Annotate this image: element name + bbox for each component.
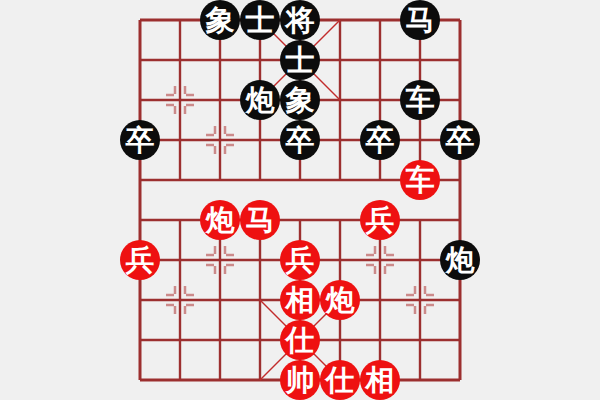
xiangqi-board[interactable]: 象士将马士炮象车卒卒卒卒车炮马兵兵兵炮相炮仕帅仕相	[0, 0, 600, 400]
piece-red-horse[interactable]: 马	[240, 200, 280, 240]
piece-black-soldier[interactable]: 卒	[120, 120, 160, 160]
piece-black-soldier[interactable]: 卒	[280, 120, 320, 160]
piece-red-cannon[interactable]: 炮	[320, 280, 360, 320]
piece-black-cannon[interactable]: 炮	[240, 80, 280, 120]
piece-layer: 象士将马士炮象车卒卒卒卒车炮马兵兵兵炮相炮仕帅仕相	[0, 0, 600, 400]
piece-black-elephant[interactable]: 象	[280, 80, 320, 120]
piece-red-chariot[interactable]: 车	[400, 160, 440, 200]
piece-black-soldier[interactable]: 卒	[360, 120, 400, 160]
piece-red-advisor[interactable]: 仕	[280, 320, 320, 360]
piece-red-elephant[interactable]: 相	[280, 280, 320, 320]
piece-red-elephant[interactable]: 相	[360, 360, 400, 400]
piece-black-advisor[interactable]: 士	[280, 40, 320, 80]
piece-black-horse[interactable]: 马	[400, 0, 440, 40]
piece-black-elephant[interactable]: 象	[200, 0, 240, 40]
piece-black-chariot[interactable]: 车	[400, 80, 440, 120]
piece-black-general[interactable]: 将	[280, 0, 320, 40]
piece-red-advisor[interactable]: 仕	[320, 360, 360, 400]
piece-red-soldier[interactable]: 兵	[280, 240, 320, 280]
piece-red-soldier[interactable]: 兵	[360, 200, 400, 240]
piece-black-cannon[interactable]: 炮	[440, 240, 480, 280]
piece-red-soldier[interactable]: 兵	[120, 240, 160, 280]
piece-black-advisor[interactable]: 士	[240, 0, 280, 40]
piece-black-soldier[interactable]: 卒	[440, 120, 480, 160]
piece-red-cannon[interactable]: 炮	[200, 200, 240, 240]
piece-red-general[interactable]: 帅	[280, 360, 320, 400]
